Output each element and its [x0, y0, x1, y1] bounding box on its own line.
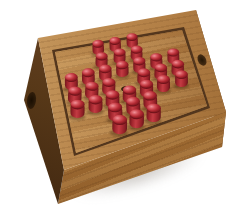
peg-b5[interactable] [87, 95, 102, 116]
peg-cap [64, 73, 77, 82]
peg-cap [133, 57, 145, 66]
peg-c7[interactable] [111, 115, 127, 138]
peg-cap [109, 36, 121, 44]
peg-cap [157, 75, 170, 84]
peg-solitaire-product-photo [0, 0, 240, 214]
peg-f5[interactable] [156, 75, 170, 95]
peg-cap [171, 59, 184, 68]
peg-cap [122, 85, 135, 94]
peg-cap [146, 103, 160, 113]
peg-g5[interactable] [174, 70, 188, 90]
peg-d3[interactable] [115, 61, 129, 80]
peg-a5[interactable] [70, 100, 85, 122]
peg-cap [102, 77, 115, 87]
pegs-layer [0, 0, 240, 214]
peg-e7[interactable] [146, 103, 162, 125]
peg-cap [116, 61, 129, 70]
peg-cap [129, 109, 144, 119]
peg-cap [150, 53, 162, 62]
peg-cap [92, 39, 104, 47]
peg-cap [88, 95, 102, 105]
peg-cap [68, 86, 82, 96]
peg-cap [140, 80, 153, 89]
peg-cap [105, 90, 119, 99]
peg-cap [174, 70, 187, 79]
peg-d7[interactable] [128, 109, 144, 132]
peg-cap [96, 52, 108, 61]
peg-cap [130, 45, 142, 53]
peg-cap [98, 65, 111, 74]
